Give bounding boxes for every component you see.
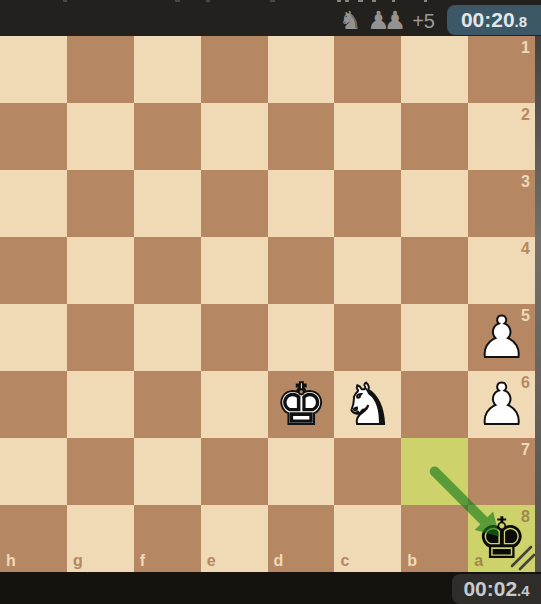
white-clock-time: 00:20 bbox=[461, 8, 515, 32]
file-label-f: f bbox=[140, 552, 145, 570]
square-f7[interactable] bbox=[134, 438, 201, 505]
square-c1[interactable] bbox=[334, 36, 401, 103]
square-b7[interactable] bbox=[401, 438, 468, 505]
file-label-d: d bbox=[274, 552, 284, 570]
black-clock-tenths: .4 bbox=[517, 579, 530, 599]
square-h7[interactable] bbox=[0, 438, 67, 505]
white-pawn[interactable]: ♟ bbox=[468, 304, 535, 371]
square-f6[interactable] bbox=[134, 371, 201, 438]
chess-board[interactable]: 12345♟♚♞6♟7hgfedcb8a♚ bbox=[0, 36, 535, 572]
white-clock: 00:20.8 bbox=[447, 5, 541, 35]
white-knight[interactable]: ♞ bbox=[334, 371, 401, 438]
file-label-b: b bbox=[407, 552, 417, 570]
square-h6[interactable] bbox=[0, 371, 67, 438]
black-clock-time: 00:02 bbox=[463, 577, 517, 601]
square-b4[interactable] bbox=[401, 237, 468, 304]
square-b1[interactable] bbox=[401, 36, 468, 103]
square-e6[interactable] bbox=[201, 371, 268, 438]
square-f4[interactable] bbox=[134, 237, 201, 304]
square-h5[interactable] bbox=[0, 304, 67, 371]
square-g1[interactable] bbox=[67, 36, 134, 103]
square-a4[interactable]: 4 bbox=[468, 237, 535, 304]
square-h1[interactable] bbox=[0, 36, 67, 103]
square-g5[interactable] bbox=[67, 304, 134, 371]
square-d8[interactable]: d bbox=[268, 505, 335, 572]
square-g6[interactable] bbox=[67, 371, 134, 438]
square-d3[interactable] bbox=[268, 170, 335, 237]
square-a6[interactable]: 6♟ bbox=[468, 371, 535, 438]
captured-pawns-icon: ♟♟ bbox=[367, 7, 406, 35]
square-g2[interactable] bbox=[67, 103, 134, 170]
square-h3[interactable] bbox=[0, 170, 67, 237]
file-label-e: e bbox=[207, 552, 216, 570]
square-a3[interactable]: 3 bbox=[468, 170, 535, 237]
square-d7[interactable] bbox=[268, 438, 335, 505]
rank-label-2: 2 bbox=[521, 106, 530, 124]
white-king[interactable]: ♚ bbox=[268, 371, 335, 438]
file-label-c: c bbox=[340, 552, 349, 570]
square-b8[interactable]: b bbox=[401, 505, 468, 572]
square-c3[interactable] bbox=[334, 170, 401, 237]
square-a7[interactable]: 7 bbox=[468, 438, 535, 505]
square-b5[interactable] bbox=[401, 304, 468, 371]
square-a2[interactable]: 2 bbox=[468, 103, 535, 170]
material-advantage: +5 bbox=[412, 7, 435, 35]
game-screen: ♞ ♟♟ +5 00:20.8 12345♟♚♞6♟7hgfedcb8a♚ 00… bbox=[0, 0, 541, 604]
square-e5[interactable] bbox=[201, 304, 268, 371]
square-f2[interactable] bbox=[134, 103, 201, 170]
captured-knight-icon: ♞ bbox=[339, 7, 361, 35]
square-b3[interactable] bbox=[401, 170, 468, 237]
square-d5[interactable] bbox=[268, 304, 335, 371]
square-g3[interactable] bbox=[67, 170, 134, 237]
square-d1[interactable] bbox=[268, 36, 335, 103]
white-clock-tenths: .8 bbox=[515, 10, 528, 30]
square-b2[interactable] bbox=[401, 103, 468, 170]
captured-pieces: ♞ ♟♟ +5 bbox=[339, 7, 435, 35]
rank-label-7: 7 bbox=[521, 441, 530, 459]
square-e1[interactable] bbox=[201, 36, 268, 103]
square-g7[interactable] bbox=[67, 438, 134, 505]
square-f1[interactable] bbox=[134, 36, 201, 103]
white-pawn[interactable]: ♟ bbox=[468, 371, 535, 438]
square-e4[interactable] bbox=[201, 237, 268, 304]
square-f5[interactable] bbox=[134, 304, 201, 371]
square-e3[interactable] bbox=[201, 170, 268, 237]
square-e8[interactable]: e bbox=[201, 505, 268, 572]
rank-label-4: 4 bbox=[521, 240, 530, 258]
square-a5[interactable]: 5♟ bbox=[468, 304, 535, 371]
square-e2[interactable] bbox=[201, 103, 268, 170]
square-c7[interactable] bbox=[334, 438, 401, 505]
square-c6[interactable]: ♞ bbox=[334, 371, 401, 438]
rank-label-1: 1 bbox=[521, 39, 530, 57]
square-h2[interactable] bbox=[0, 103, 67, 170]
board-resize-handle[interactable] bbox=[505, 540, 537, 572]
square-g8[interactable]: g bbox=[67, 505, 134, 572]
square-a1[interactable]: 1 bbox=[468, 36, 535, 103]
file-label-h: h bbox=[6, 552, 16, 570]
page-scrollbar[interactable] bbox=[535, 36, 541, 572]
square-d4[interactable] bbox=[268, 237, 335, 304]
square-f3[interactable] bbox=[134, 170, 201, 237]
black-clock: 00:02.4 bbox=[452, 574, 541, 604]
square-c8[interactable]: c bbox=[334, 505, 401, 572]
square-c2[interactable] bbox=[334, 103, 401, 170]
file-label-g: g bbox=[73, 552, 83, 570]
square-f8[interactable]: f bbox=[134, 505, 201, 572]
square-c5[interactable] bbox=[334, 304, 401, 371]
square-d6[interactable]: ♚ bbox=[268, 371, 335, 438]
square-h8[interactable]: h bbox=[0, 505, 67, 572]
square-h4[interactable] bbox=[0, 237, 67, 304]
square-e7[interactable] bbox=[201, 438, 268, 505]
square-c4[interactable] bbox=[334, 237, 401, 304]
rank-label-3: 3 bbox=[521, 173, 530, 191]
square-b6[interactable] bbox=[401, 371, 468, 438]
square-g4[interactable] bbox=[67, 237, 134, 304]
square-d2[interactable] bbox=[268, 103, 335, 170]
